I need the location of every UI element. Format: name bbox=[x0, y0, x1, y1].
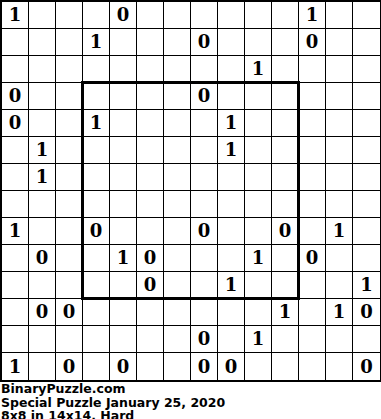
cell-r10-c10[interactable] bbox=[272, 272, 299, 299]
cell-r5-c2[interactable] bbox=[56, 137, 83, 164]
cell-r1-c8[interactable] bbox=[218, 29, 245, 56]
cell-r7-c5[interactable] bbox=[137, 191, 164, 218]
cell-r10-c11[interactable] bbox=[299, 272, 326, 299]
cell-r4-c8: 1 bbox=[218, 110, 245, 137]
cell-r2-c1[interactable] bbox=[29, 56, 56, 83]
cell-r2-c12[interactable] bbox=[326, 56, 353, 83]
page: 1011001000111111000101010011001100110000… bbox=[0, 0, 381, 419]
cell-r13-c9[interactable] bbox=[245, 353, 272, 380]
cell-r1-c7: 0 bbox=[191, 29, 218, 56]
cell-r11-c7[interactable] bbox=[191, 299, 218, 326]
cell-r5-c5[interactable] bbox=[137, 137, 164, 164]
cell-r9-c12[interactable] bbox=[326, 245, 353, 272]
cell-r6-c12[interactable] bbox=[326, 164, 353, 191]
cell-r11-c3[interactable] bbox=[83, 299, 110, 326]
cell-r9-c3[interactable] bbox=[83, 245, 110, 272]
cell-r3-c13[interactable] bbox=[353, 83, 380, 110]
cell-r10-c12[interactable] bbox=[326, 272, 353, 299]
cell-r12-c5[interactable] bbox=[137, 326, 164, 353]
footer-title: Special Puzzle January 25, 2020 bbox=[1, 396, 381, 410]
footer: BinaryPuzzle.com Special Puzzle January … bbox=[0, 382, 381, 419]
cell-r9-c4: 1 bbox=[110, 245, 137, 272]
cell-r12-c8[interactable] bbox=[218, 326, 245, 353]
cell-r4-c3: 1 bbox=[83, 110, 110, 137]
cell-r2-c2[interactable] bbox=[56, 56, 83, 83]
cell-r2-c7[interactable] bbox=[191, 56, 218, 83]
cell-r6-c3[interactable] bbox=[83, 164, 110, 191]
cell-r0-c3[interactable] bbox=[83, 2, 110, 29]
cell-r5-c7[interactable] bbox=[191, 137, 218, 164]
cell-r0-c7[interactable] bbox=[191, 2, 218, 29]
cell-r4-c2[interactable] bbox=[56, 110, 83, 137]
cell-r3-c7: 0 bbox=[191, 83, 218, 110]
cell-r0-c10[interactable] bbox=[272, 2, 299, 29]
cell-r2-c9: 1 bbox=[245, 56, 272, 83]
cell-r11-c8[interactable] bbox=[218, 299, 245, 326]
cell-r4-c9[interactable] bbox=[245, 110, 272, 137]
cell-r0-c12[interactable] bbox=[326, 2, 353, 29]
cell-r11-c6[interactable] bbox=[164, 299, 191, 326]
cell-r6-c11[interactable] bbox=[299, 164, 326, 191]
cell-r13-c7: 0 bbox=[191, 353, 218, 380]
cell-r3-c8[interactable] bbox=[218, 83, 245, 110]
cell-r1-c6[interactable] bbox=[164, 29, 191, 56]
cell-r8-c13[interactable] bbox=[353, 218, 380, 245]
cell-r9-c10[interactable] bbox=[272, 245, 299, 272]
cell-r10-c0[interactable] bbox=[2, 272, 29, 299]
cell-r0-c5[interactable] bbox=[137, 2, 164, 29]
cell-r3-c3[interactable] bbox=[83, 83, 110, 110]
cell-r6-c7[interactable] bbox=[191, 164, 218, 191]
cell-r10-c1[interactable] bbox=[29, 272, 56, 299]
cell-r1-c4[interactable] bbox=[110, 29, 137, 56]
cell-r11-c12: 1 bbox=[326, 299, 353, 326]
cell-r8-c4[interactable] bbox=[110, 218, 137, 245]
cell-r6-c1: 1 bbox=[29, 164, 56, 191]
cell-r13-c1[interactable] bbox=[29, 353, 56, 380]
cell-r9-c6[interactable] bbox=[164, 245, 191, 272]
cell-r0-c6[interactable] bbox=[164, 2, 191, 29]
cell-r3-c4[interactable] bbox=[110, 83, 137, 110]
cell-r10-c6[interactable] bbox=[164, 272, 191, 299]
cell-r8-c7: 0 bbox=[191, 218, 218, 245]
cell-r10-c5: 0 bbox=[137, 272, 164, 299]
cell-r7-c9[interactable] bbox=[245, 191, 272, 218]
cell-r13-c6[interactable] bbox=[164, 353, 191, 380]
cell-r12-c4[interactable] bbox=[110, 326, 137, 353]
cell-r4-c1[interactable] bbox=[29, 110, 56, 137]
cell-r3-c9[interactable] bbox=[245, 83, 272, 110]
cell-r11-c1: 0 bbox=[29, 299, 56, 326]
cell-r2-c6[interactable] bbox=[164, 56, 191, 83]
cell-r8-c9[interactable] bbox=[245, 218, 272, 245]
cell-r11-c11[interactable] bbox=[299, 299, 326, 326]
cell-r9-c1: 0 bbox=[29, 245, 56, 272]
cell-r10-c13: 1 bbox=[353, 272, 380, 299]
cell-r8-c8[interactable] bbox=[218, 218, 245, 245]
cell-r12-c1[interactable] bbox=[29, 326, 56, 353]
puzzle-board: 1011001000111111000101010011001100110000… bbox=[0, 0, 381, 382]
cell-r12-c13[interactable] bbox=[353, 326, 380, 353]
cell-r8-c2[interactable] bbox=[56, 218, 83, 245]
cell-r7-c4[interactable] bbox=[110, 191, 137, 218]
cell-r0-c9[interactable] bbox=[245, 2, 272, 29]
cell-r7-c1[interactable] bbox=[29, 191, 56, 218]
cell-r3-c5[interactable] bbox=[137, 83, 164, 110]
cell-r6-c8[interactable] bbox=[218, 164, 245, 191]
cell-r2-c10[interactable] bbox=[272, 56, 299, 83]
cell-r4-c4[interactable] bbox=[110, 110, 137, 137]
cell-r0-c11: 1 bbox=[299, 2, 326, 29]
cell-r11-c10: 1 bbox=[272, 299, 299, 326]
cell-r7-c13[interactable] bbox=[353, 191, 380, 218]
cell-r6-c5[interactable] bbox=[137, 164, 164, 191]
cell-r12-c12[interactable] bbox=[326, 326, 353, 353]
cell-r11-c13: 0 bbox=[353, 299, 380, 326]
cell-r13-c3[interactable] bbox=[83, 353, 110, 380]
cell-r8-c5[interactable] bbox=[137, 218, 164, 245]
cell-r7-c11[interactable] bbox=[299, 191, 326, 218]
cell-r0-c1[interactable] bbox=[29, 2, 56, 29]
cell-r5-c4[interactable] bbox=[110, 137, 137, 164]
cell-r0-c2[interactable] bbox=[56, 2, 83, 29]
cell-r1-c3: 1 bbox=[83, 29, 110, 56]
cell-r1-c1[interactable] bbox=[29, 29, 56, 56]
cell-r2-c0[interactable] bbox=[2, 56, 29, 83]
cell-r10-c8: 1 bbox=[218, 272, 245, 299]
cell-r8-c11[interactable] bbox=[299, 218, 326, 245]
cell-r2-c3[interactable] bbox=[83, 56, 110, 83]
cell-r1-c9[interactable] bbox=[245, 29, 272, 56]
cell-r7-c2[interactable] bbox=[56, 191, 83, 218]
cell-r2-c11[interactable] bbox=[299, 56, 326, 83]
cell-r8-c6[interactable] bbox=[164, 218, 191, 245]
cell-r11-c2: 0 bbox=[56, 299, 83, 326]
cell-r1-c12[interactable] bbox=[326, 29, 353, 56]
footer-site: BinaryPuzzle.com bbox=[1, 382, 381, 396]
cell-r2-c13[interactable] bbox=[353, 56, 380, 83]
cell-r9-c5: 0 bbox=[137, 245, 164, 272]
cell-r5-c11[interactable] bbox=[299, 137, 326, 164]
cell-r9-c13[interactable] bbox=[353, 245, 380, 272]
cell-r5-c9[interactable] bbox=[245, 137, 272, 164]
cell-r4-c13[interactable] bbox=[353, 110, 380, 137]
cell-r9-c9: 1 bbox=[245, 245, 272, 272]
cell-r9-c7[interactable] bbox=[191, 245, 218, 272]
cell-r7-c3[interactable] bbox=[83, 191, 110, 218]
cell-r9-c8[interactable] bbox=[218, 245, 245, 272]
cell-r2-c5[interactable] bbox=[137, 56, 164, 83]
cell-r6-c0[interactable] bbox=[2, 164, 29, 191]
cell-r5-c10[interactable] bbox=[272, 137, 299, 164]
cell-r5-c8: 1 bbox=[218, 137, 245, 164]
cell-r4-c10[interactable] bbox=[272, 110, 299, 137]
cell-r4-c11[interactable] bbox=[299, 110, 326, 137]
cell-r12-c10[interactable] bbox=[272, 326, 299, 353]
cell-r8-c3: 0 bbox=[83, 218, 110, 245]
binary-puzzle-grid: 1011001000111111000101010011001100110000… bbox=[0, 0, 381, 382]
cell-r5-c3[interactable] bbox=[83, 137, 110, 164]
cell-r1-c0[interactable] bbox=[2, 29, 29, 56]
cell-r5-c1: 1 bbox=[29, 137, 56, 164]
cell-r12-c0[interactable] bbox=[2, 326, 29, 353]
cell-r13-c10[interactable] bbox=[272, 353, 299, 380]
cell-r11-c5[interactable] bbox=[137, 299, 164, 326]
cell-r3-c6[interactable] bbox=[164, 83, 191, 110]
cell-r10-c9[interactable] bbox=[245, 272, 272, 299]
cell-r6-c10[interactable] bbox=[272, 164, 299, 191]
cell-r7-c7[interactable] bbox=[191, 191, 218, 218]
cell-r0-c8[interactable] bbox=[218, 2, 245, 29]
cell-r11-c9[interactable] bbox=[245, 299, 272, 326]
cell-r3-c12[interactable] bbox=[326, 83, 353, 110]
cell-r0-c4: 0 bbox=[110, 2, 137, 29]
cell-r1-c11: 0 bbox=[299, 29, 326, 56]
cell-r13-c8: 0 bbox=[218, 353, 245, 380]
cell-r4-c0: 0 bbox=[2, 110, 29, 137]
cell-r9-c11: 0 bbox=[299, 245, 326, 272]
cell-r3-c0: 0 bbox=[2, 83, 29, 110]
cell-r7-c10[interactable] bbox=[272, 191, 299, 218]
cell-r4-c6[interactable] bbox=[164, 110, 191, 137]
cell-r9-c0[interactable] bbox=[2, 245, 29, 272]
cell-r12-c7: 0 bbox=[191, 326, 218, 353]
cell-r3-c2[interactable] bbox=[56, 83, 83, 110]
cell-r12-c9: 1 bbox=[245, 326, 272, 353]
cell-r2-c4[interactable] bbox=[110, 56, 137, 83]
cell-r3-c1[interactable] bbox=[29, 83, 56, 110]
cell-r8-c0: 1 bbox=[2, 218, 29, 245]
cell-r5-c12[interactable] bbox=[326, 137, 353, 164]
cell-r1-c10[interactable] bbox=[272, 29, 299, 56]
cell-r6-c13[interactable] bbox=[353, 164, 380, 191]
cell-r4-c5[interactable] bbox=[137, 110, 164, 137]
cell-r5-c0[interactable] bbox=[2, 137, 29, 164]
cell-r12-c6[interactable] bbox=[164, 326, 191, 353]
cell-r10-c4[interactable] bbox=[110, 272, 137, 299]
cell-r6-c2[interactable] bbox=[56, 164, 83, 191]
cell-r1-c5[interactable] bbox=[137, 29, 164, 56]
cell-r6-c9[interactable] bbox=[245, 164, 272, 191]
cell-r4-c12[interactable] bbox=[326, 110, 353, 137]
cell-r8-c10: 0 bbox=[272, 218, 299, 245]
footer-details: 8x8 in 14x14, Hard bbox=[1, 409, 381, 419]
cell-r12-c2[interactable] bbox=[56, 326, 83, 353]
cell-r2-c8[interactable] bbox=[218, 56, 245, 83]
cell-r6-c4[interactable] bbox=[110, 164, 137, 191]
cell-r13-c5[interactable] bbox=[137, 353, 164, 380]
cell-r13-c13: 0 bbox=[353, 353, 380, 380]
cell-r13-c4: 0 bbox=[110, 353, 137, 380]
cell-r4-c7[interactable] bbox=[191, 110, 218, 137]
cell-r11-c0[interactable] bbox=[2, 299, 29, 326]
cell-r7-c6[interactable] bbox=[164, 191, 191, 218]
cell-r7-c12[interactable] bbox=[326, 191, 353, 218]
cell-r0-c13[interactable] bbox=[353, 2, 380, 29]
cell-r13-c11[interactable] bbox=[299, 353, 326, 380]
cell-r1-c2[interactable] bbox=[56, 29, 83, 56]
cell-r6-c6[interactable] bbox=[164, 164, 191, 191]
cell-r11-c4[interactable] bbox=[110, 299, 137, 326]
cell-r3-c10[interactable] bbox=[272, 83, 299, 110]
cell-r0-c0: 1 bbox=[2, 2, 29, 29]
cell-r5-c6[interactable] bbox=[164, 137, 191, 164]
cell-r7-c0[interactable] bbox=[2, 191, 29, 218]
cell-r10-c7[interactable] bbox=[191, 272, 218, 299]
cell-r13-c12[interactable] bbox=[326, 353, 353, 380]
cell-r12-c3[interactable] bbox=[83, 326, 110, 353]
cell-r10-c3[interactable] bbox=[83, 272, 110, 299]
cell-r7-c8[interactable] bbox=[218, 191, 245, 218]
cell-r3-c11[interactable] bbox=[299, 83, 326, 110]
cell-r1-c13[interactable] bbox=[353, 29, 380, 56]
cell-r8-c1[interactable] bbox=[29, 218, 56, 245]
cell-r9-c2[interactable] bbox=[56, 245, 83, 272]
cell-r12-c11[interactable] bbox=[299, 326, 326, 353]
cell-r13-c0: 1 bbox=[2, 353, 29, 380]
cell-r10-c2[interactable] bbox=[56, 272, 83, 299]
cell-r13-c2: 0 bbox=[56, 353, 83, 380]
cell-r8-c12: 1 bbox=[326, 218, 353, 245]
cell-r5-c13[interactable] bbox=[353, 137, 380, 164]
